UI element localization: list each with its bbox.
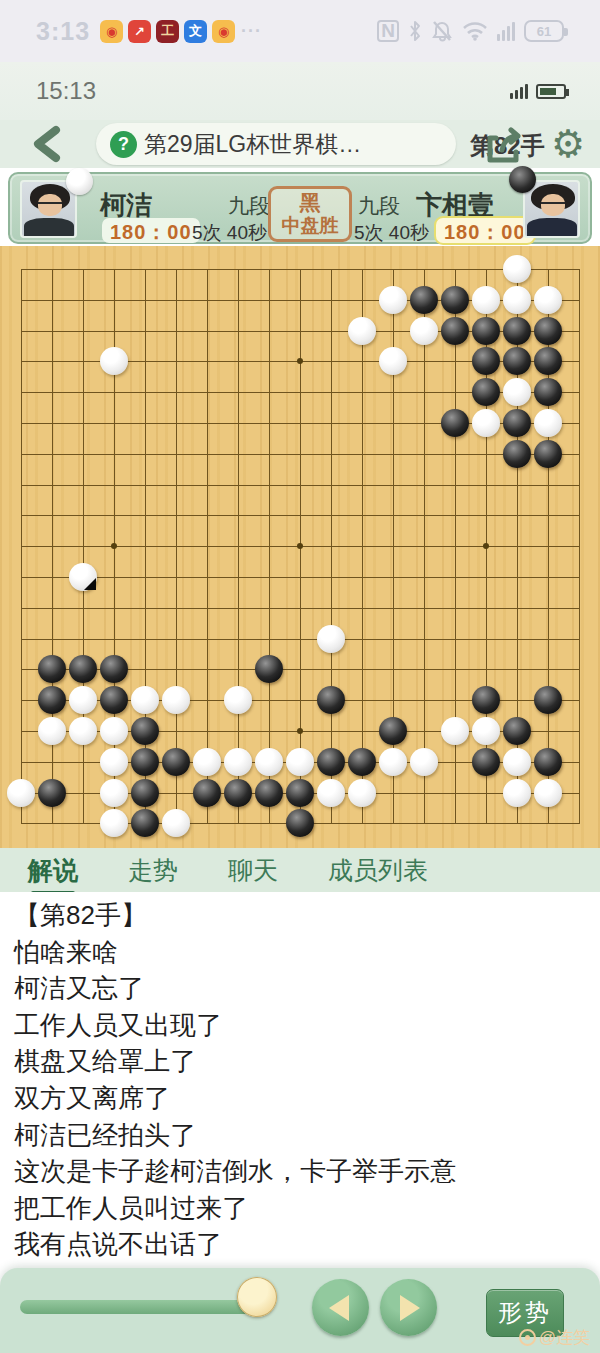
left-player-timer: 180：00	[102, 218, 200, 243]
white-stone	[348, 317, 376, 345]
battery-icon: 61	[524, 20, 564, 42]
black-stone	[379, 717, 407, 745]
black-stone	[472, 347, 500, 375]
next-move-button[interactable]	[380, 1279, 437, 1336]
last-move-marker	[84, 578, 96, 590]
tab-commentary[interactable]: 解说	[26, 850, 80, 891]
black-stone	[441, 317, 469, 345]
white-stone	[379, 347, 407, 375]
commentary-line: 【第82手】	[14, 897, 586, 934]
back-arrow-icon	[26, 122, 74, 166]
commentary-line: 我有点说不出话了	[14, 1226, 586, 1263]
grid-line	[21, 639, 580, 640]
result-method: 中盘胜	[282, 215, 339, 237]
white-stone	[503, 779, 531, 807]
white-stone	[100, 809, 128, 837]
mute-bell-icon	[431, 20, 453, 42]
black-stone	[472, 748, 500, 776]
status-time: 3:13	[36, 17, 90, 46]
go-board[interactable]	[0, 246, 600, 848]
black-stone	[441, 409, 469, 437]
star-point	[297, 543, 303, 549]
grid-line	[331, 269, 332, 824]
commentary-line: 把工作人员叫过来了	[14, 1190, 586, 1227]
tab-trend[interactable]: 走势	[126, 850, 180, 891]
white-stone	[379, 286, 407, 314]
white-stone	[255, 748, 283, 776]
star-point	[297, 728, 303, 734]
commentary-line: 柯洁又忘了	[14, 970, 586, 1007]
white-stone-badge	[66, 168, 93, 195]
black-stone	[131, 717, 159, 745]
black-stone	[255, 655, 283, 683]
star-point	[111, 543, 117, 549]
grid-line	[579, 269, 580, 824]
next-triangle-icon	[400, 1295, 420, 1321]
black-stone	[503, 317, 531, 345]
tab-chat[interactable]: 聊天	[226, 850, 280, 891]
white-stone	[100, 717, 128, 745]
white-stone	[472, 409, 500, 437]
white-stone	[472, 717, 500, 745]
grid-line	[21, 608, 580, 609]
white-stone	[286, 748, 314, 776]
white-stone	[162, 809, 190, 837]
playback-bar: 形势 @连笑	[0, 1268, 600, 1353]
status-right-icons: N 61	[377, 0, 564, 62]
docs-icon: 文	[184, 20, 207, 43]
right-player-rank: 九段	[358, 192, 400, 220]
black-stone	[534, 378, 562, 406]
commentary-line: 棋盘又给罩上了	[14, 1043, 586, 1080]
black-stone	[348, 748, 376, 776]
status-bar: 3:13 ◉↗工文◉ ··· N 61	[0, 0, 600, 62]
white-stone	[7, 779, 35, 807]
grid-line	[21, 577, 580, 578]
white-stone	[503, 286, 531, 314]
app-screen: 3:13 ◉↗工文◉ ··· N 61 15:13	[0, 0, 600, 1353]
left-player-byoyomi: 5次 40秒	[192, 220, 267, 246]
game-title-pill[interactable]: ? 第29届LG杯世界棋…	[96, 123, 456, 165]
black-stone	[472, 378, 500, 406]
move-slider-track[interactable]	[20, 1300, 265, 1314]
previous-triangle-icon	[329, 1295, 349, 1321]
white-stone	[38, 717, 66, 745]
notification-app-icons: ◉↗工文◉	[100, 20, 235, 43]
watermark: @连笑	[519, 1326, 590, 1349]
black-stone	[286, 809, 314, 837]
white-stone	[503, 255, 531, 283]
player-panel: 柯洁 九段 180：00 5次 40秒 黑 中盘胜 九段 卞相壹 5次 40秒 …	[8, 172, 592, 244]
black-stone	[193, 779, 221, 807]
black-stone	[503, 440, 531, 468]
white-stone	[69, 686, 97, 714]
weibo2-icon: ◉	[212, 20, 235, 43]
white-stone	[224, 686, 252, 714]
white-stone	[379, 748, 407, 776]
app-signal-icon	[510, 84, 528, 99]
app-clock: 15:13	[36, 77, 96, 105]
black-stone-badge	[509, 166, 536, 193]
back-button[interactable]	[26, 122, 78, 166]
white-stone	[69, 717, 97, 745]
black-stone	[317, 686, 345, 714]
black-stone	[503, 347, 531, 375]
black-stone	[162, 748, 190, 776]
white-stone	[503, 378, 531, 406]
app-battery-icon	[536, 84, 566, 99]
commentary-line: 怕啥来啥	[14, 934, 586, 971]
white-stone	[534, 286, 562, 314]
tab-member-list[interactable]: 成员列表	[326, 850, 430, 891]
settings-button[interactable]: ⚙	[546, 122, 590, 166]
app-status-row: 15:13	[0, 62, 600, 120]
black-stone	[69, 655, 97, 683]
black-stone	[534, 440, 562, 468]
white-stone-last-move	[69, 563, 97, 591]
share-icon	[482, 126, 526, 166]
black-stone	[131, 809, 159, 837]
white-stone	[100, 748, 128, 776]
black-stone	[286, 779, 314, 807]
game-title: 第29届LG杯世界棋…	[144, 129, 361, 160]
star-point	[483, 543, 489, 549]
nav-bar: ? 第29届LG杯世界棋… 第82手 ⚙	[0, 120, 600, 168]
black-stone	[38, 686, 66, 714]
white-stone	[193, 748, 221, 776]
white-stone	[348, 779, 376, 807]
commentary-line: 工作人员又出现了	[14, 1007, 586, 1044]
share-button[interactable]	[482, 126, 526, 166]
black-stone	[534, 317, 562, 345]
black-stone	[38, 655, 66, 683]
commentary-line: 柯洁已经拍头了	[14, 1117, 586, 1154]
grid-line	[424, 269, 425, 824]
right-player-timer: 180：00	[436, 218, 534, 243]
black-stone	[534, 748, 562, 776]
weibo-logo-icon	[519, 1329, 536, 1346]
bank-icon: 工	[156, 20, 179, 43]
signal-strength-icon	[497, 22, 515, 41]
black-stone	[410, 286, 438, 314]
black-stone	[441, 286, 469, 314]
help-icon[interactable]: ?	[110, 131, 137, 158]
white-stone	[162, 686, 190, 714]
white-stone	[100, 779, 128, 807]
more-notifications-icon: ···	[241, 21, 262, 42]
tab-bar: 解说走势聊天成员列表	[0, 848, 600, 892]
black-stone	[534, 686, 562, 714]
grid-line	[362, 269, 363, 824]
white-stone	[534, 779, 562, 807]
white-stone	[317, 625, 345, 653]
white-stone	[317, 779, 345, 807]
white-stone	[410, 317, 438, 345]
white-stone	[503, 748, 531, 776]
black-stone	[131, 748, 159, 776]
star-point	[297, 358, 303, 364]
commentary-line: 双方又离席了	[14, 1080, 586, 1117]
black-stone	[38, 779, 66, 807]
black-stone	[503, 717, 531, 745]
black-stone	[534, 347, 562, 375]
left-player-rank: 九段	[228, 192, 270, 220]
right-player-byoyomi: 5次 40秒	[354, 220, 429, 246]
black-stone	[100, 686, 128, 714]
black-stone	[224, 779, 252, 807]
white-stone	[534, 409, 562, 437]
white-stone	[441, 717, 469, 745]
watermark-text: @连笑	[539, 1326, 590, 1349]
wifi-icon	[462, 21, 488, 41]
weibo-icon: ◉	[100, 20, 123, 43]
previous-move-button[interactable]	[312, 1279, 369, 1336]
battery-percent: 61	[537, 24, 551, 39]
move-slider-thumb[interactable]	[237, 1277, 277, 1317]
connection-icons	[510, 84, 566, 99]
nfc-icon: N	[377, 20, 399, 42]
black-stone	[255, 779, 283, 807]
white-stone	[224, 748, 252, 776]
black-stone	[472, 686, 500, 714]
stocks-icon: ↗	[128, 20, 151, 43]
white-stone	[100, 347, 128, 375]
bluetooth-icon	[408, 20, 422, 42]
white-stone	[472, 286, 500, 314]
game-result-box: 黑 中盘胜	[268, 186, 352, 242]
commentary-line: 这次是卡子趁柯洁倒水，卡子举手示意	[14, 1153, 586, 1190]
white-stone	[131, 686, 159, 714]
black-stone	[100, 655, 128, 683]
white-stone	[410, 748, 438, 776]
result-winner: 黑	[300, 191, 321, 215]
black-stone	[503, 409, 531, 437]
black-stone	[472, 317, 500, 345]
black-stone	[317, 748, 345, 776]
black-stone	[131, 779, 159, 807]
